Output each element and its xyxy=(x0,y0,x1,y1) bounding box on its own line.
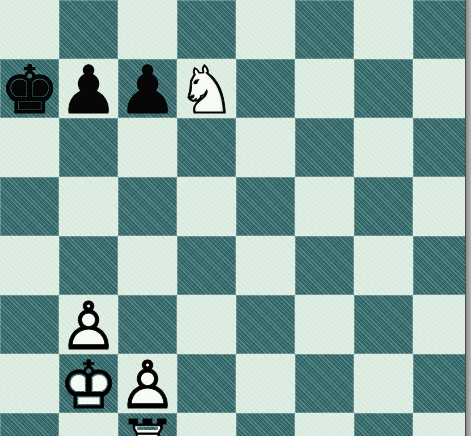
square-c1[interactable]: ♜♖ xyxy=(118,413,177,436)
square-h5[interactable] xyxy=(413,177,471,236)
square-e3[interactable] xyxy=(236,295,295,354)
square-d6[interactable] xyxy=(177,118,236,177)
square-f1[interactable] xyxy=(295,413,354,436)
square-e2[interactable] xyxy=(236,354,295,413)
black-pawn-icon: ♟ xyxy=(118,61,177,120)
square-d4[interactable] xyxy=(177,236,236,295)
square-f8[interactable] xyxy=(295,0,354,59)
square-g5[interactable] xyxy=(354,177,413,236)
square-a5[interactable] xyxy=(0,177,59,236)
square-h1[interactable] xyxy=(413,413,471,436)
square-h8[interactable] xyxy=(413,0,471,59)
piece-black-pawn-b7[interactable]: ♟ xyxy=(59,59,118,118)
square-f2[interactable] xyxy=(295,354,354,413)
chess-diagram: ♚♟♟♞♘♟♙♚♔♟♙♜♖ xyxy=(0,0,471,436)
square-b7[interactable]: ♟ xyxy=(59,59,118,118)
piece-white-pawn-b3[interactable]: ♟♙ xyxy=(59,295,118,354)
square-d7[interactable]: ♞♘ xyxy=(177,59,236,118)
square-f6[interactable] xyxy=(295,118,354,177)
white-knight-outline-icon: ♘ xyxy=(177,61,236,120)
square-c8[interactable] xyxy=(118,0,177,59)
square-h7[interactable] xyxy=(413,59,471,118)
square-g3[interactable] xyxy=(354,295,413,354)
square-c6[interactable] xyxy=(118,118,177,177)
square-d5[interactable] xyxy=(177,177,236,236)
piece-white-rook-c1[interactable]: ♜♖ xyxy=(118,413,177,436)
piece-black-pawn-c7[interactable]: ♟ xyxy=(118,59,177,118)
square-a6[interactable] xyxy=(0,118,59,177)
square-d3[interactable] xyxy=(177,295,236,354)
square-b1[interactable] xyxy=(59,413,118,436)
square-h3[interactable] xyxy=(413,295,471,354)
piece-black-king-a7[interactable]: ♚ xyxy=(0,59,59,118)
square-f3[interactable] xyxy=(295,295,354,354)
piece-white-pawn-c2[interactable]: ♟♙ xyxy=(118,354,177,413)
square-a4[interactable] xyxy=(0,236,59,295)
square-a2[interactable] xyxy=(0,354,59,413)
square-a8[interactable] xyxy=(0,0,59,59)
square-d8[interactable] xyxy=(177,0,236,59)
square-h4[interactable] xyxy=(413,236,471,295)
square-h2[interactable] xyxy=(413,354,471,413)
square-b4[interactable] xyxy=(59,236,118,295)
square-c2[interactable]: ♟♙ xyxy=(118,354,177,413)
square-c5[interactable] xyxy=(118,177,177,236)
square-e1[interactable] xyxy=(236,413,295,436)
square-f5[interactable] xyxy=(295,177,354,236)
square-b2[interactable]: ♚♔ xyxy=(59,354,118,413)
piece-white-king-b2[interactable]: ♚♔ xyxy=(59,354,118,413)
square-h6[interactable] xyxy=(413,118,471,177)
square-c7[interactable]: ♟ xyxy=(118,59,177,118)
window-edge-strip xyxy=(465,0,471,436)
square-g7[interactable] xyxy=(354,59,413,118)
square-c4[interactable] xyxy=(118,236,177,295)
square-a3[interactable] xyxy=(0,295,59,354)
square-b6[interactable] xyxy=(59,118,118,177)
square-e6[interactable] xyxy=(236,118,295,177)
white-king-outline-icon: ♔ xyxy=(59,356,118,415)
black-pawn-icon: ♟ xyxy=(59,61,118,120)
piece-white-knight-d7[interactable]: ♞♘ xyxy=(177,59,236,118)
square-e4[interactable] xyxy=(236,236,295,295)
square-e7[interactable] xyxy=(236,59,295,118)
square-g2[interactable] xyxy=(354,354,413,413)
square-g1[interactable] xyxy=(354,413,413,436)
square-g6[interactable] xyxy=(354,118,413,177)
square-b3[interactable]: ♟♙ xyxy=(59,295,118,354)
square-d2[interactable] xyxy=(177,354,236,413)
square-e8[interactable] xyxy=(236,0,295,59)
square-b5[interactable] xyxy=(59,177,118,236)
square-g4[interactable] xyxy=(354,236,413,295)
chess-board: ♚♟♟♞♘♟♙♚♔♟♙♜♖ xyxy=(0,0,471,436)
black-king-icon: ♚ xyxy=(0,61,59,120)
square-f4[interactable] xyxy=(295,236,354,295)
square-a1[interactable] xyxy=(0,413,59,436)
square-a7[interactable]: ♚ xyxy=(0,59,59,118)
white-rook-outline-icon: ♖ xyxy=(118,415,177,436)
square-b8[interactable] xyxy=(59,0,118,59)
square-g8[interactable] xyxy=(354,0,413,59)
square-e5[interactable] xyxy=(236,177,295,236)
square-c3[interactable] xyxy=(118,295,177,354)
square-f7[interactable] xyxy=(295,59,354,118)
square-d1[interactable] xyxy=(177,413,236,436)
